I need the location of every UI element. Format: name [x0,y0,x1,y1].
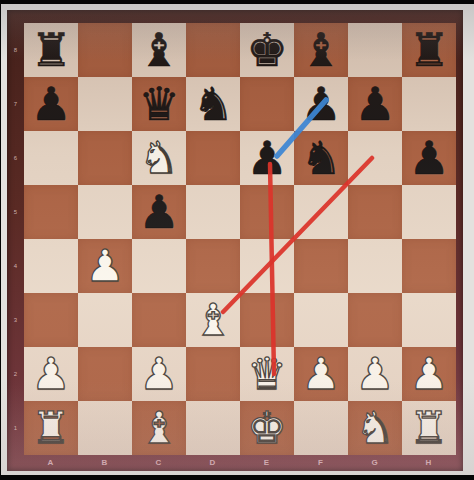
square-d8 [186,23,240,77]
square-f1 [294,401,348,455]
square-h7 [402,77,456,131]
black-king-e8: ♚ [246,23,287,77]
square-e3 [240,293,294,347]
square-f8: ♝ [294,23,348,77]
rank-label-8: 8 [9,45,22,55]
square-h6: ♟ [402,131,456,185]
white-rook-h1: ♜ [409,401,448,455]
black-pawn-h6: ♟ [408,131,449,185]
square-a7: ♟ [24,77,78,131]
square-f2: ♟ [294,347,348,401]
square-f4 [294,239,348,293]
square-d2 [186,347,240,401]
square-c6: ♞ [132,131,186,185]
file-label-c: C [132,456,186,470]
square-a3 [24,293,78,347]
white-bishop-c1: ♝ [139,401,178,455]
rank-label-2: 2 [9,369,22,379]
square-b1 [78,401,132,455]
square-a2: ♟ [24,347,78,401]
chess-board: ♜♝♚♝♜♟♛♞♟♟♞♟♞♟♟♟♝♟♟♛♟♟♟♜♝♚♞♜ [24,23,456,455]
rank-label-7: 7 [9,99,22,109]
square-b6 [78,131,132,185]
square-f6: ♞ [294,131,348,185]
square-b8 [78,23,132,77]
file-label-a: A [24,456,78,470]
square-c8: ♝ [132,23,186,77]
square-h8: ♜ [402,23,456,77]
square-e7 [240,77,294,131]
file-label-d: D [186,456,240,470]
square-g4 [348,239,402,293]
square-h5 [402,185,456,239]
file-label-g: G [348,456,402,470]
black-pawn-g7: ♟ [354,77,395,131]
square-d4 [186,239,240,293]
white-knight-g1: ♞ [355,401,394,455]
square-h1: ♜ [402,401,456,455]
rank-label-6: 6 [9,153,22,163]
rank-label-5: 5 [9,207,22,217]
square-e1: ♚ [240,401,294,455]
screenshot-page: ♜♝♚♝♜♟♛♞♟♟♞♟♞♟♟♟♝♟♟♛♟♟♟♜♝♚♞♜ 87654321 AB… [0,0,474,480]
square-b7 [78,77,132,131]
black-knight-d7: ♞ [192,77,233,131]
white-king-e1: ♚ [247,401,286,455]
square-c1: ♝ [132,401,186,455]
board-frame: ♜♝♚♝♜♟♛♞♟♟♞♟♞♟♟♟♝♟♟♛♟♟♟♜♝♚♞♜ 87654321 AB… [7,10,463,471]
square-b3 [78,293,132,347]
square-g6 [348,131,402,185]
square-g7: ♟ [348,77,402,131]
square-b2 [78,347,132,401]
square-a6 [24,131,78,185]
black-queen-c7: ♛ [138,77,179,131]
rank-label-4: 4 [9,261,22,271]
photo-of-chess-book-diagram: ♜♝♚♝♜♟♛♞♟♟♞♟♞♟♟♟♝♟♟♛♟♟♟♜♝♚♞♜ 87654321 AB… [1,4,474,475]
square-b5 [78,185,132,239]
black-pawn-e6: ♟ [246,131,287,185]
square-a8: ♜ [24,23,78,77]
square-h4 [402,239,456,293]
white-queen-e2: ♛ [247,347,286,401]
rank-label-3: 3 [9,315,22,325]
square-d7: ♞ [186,77,240,131]
square-h3 [402,293,456,347]
square-f7: ♟ [294,77,348,131]
square-g8 [348,23,402,77]
black-pawn-f7: ♟ [300,77,341,131]
file-label-b: B [78,456,132,470]
square-a4 [24,239,78,293]
square-g1: ♞ [348,401,402,455]
square-d5 [186,185,240,239]
file-label-e: E [240,456,294,470]
square-e5 [240,185,294,239]
white-pawn-g2: ♟ [355,347,394,401]
black-bishop-c8: ♝ [138,23,179,77]
black-bishop-f8: ♝ [300,23,341,77]
square-h2: ♟ [402,347,456,401]
square-g5 [348,185,402,239]
white-pawn-a2: ♟ [31,347,70,401]
white-bishop-d3: ♝ [193,293,232,347]
square-a1: ♜ [24,401,78,455]
file-label-h: H [402,456,456,470]
square-d3: ♝ [186,293,240,347]
square-c3 [132,293,186,347]
black-rook-h8: ♜ [408,23,449,77]
square-e6: ♟ [240,131,294,185]
square-b4: ♟ [78,239,132,293]
square-a5 [24,185,78,239]
black-pawn-a7: ♟ [30,77,71,131]
white-pawn-c2: ♟ [139,347,178,401]
square-e4 [240,239,294,293]
square-f5 [294,185,348,239]
square-c5: ♟ [132,185,186,239]
black-rook-a8: ♜ [30,23,71,77]
white-rook-a1: ♜ [31,401,70,455]
square-g3 [348,293,402,347]
black-knight-f6: ♞ [300,131,341,185]
square-e2: ♛ [240,347,294,401]
white-pawn-b4: ♟ [85,239,124,293]
square-g2: ♟ [348,347,402,401]
white-knight-c6: ♞ [139,131,178,185]
white-pawn-f2: ♟ [301,347,340,401]
square-c4 [132,239,186,293]
square-f3 [294,293,348,347]
black-pawn-c5: ♟ [138,185,179,239]
square-e8: ♚ [240,23,294,77]
rank-label-1: 1 [9,423,22,433]
square-c2: ♟ [132,347,186,401]
square-d1 [186,401,240,455]
square-d6 [186,131,240,185]
square-c7: ♛ [132,77,186,131]
white-pawn-h2: ♟ [409,347,448,401]
file-label-f: F [294,456,348,470]
